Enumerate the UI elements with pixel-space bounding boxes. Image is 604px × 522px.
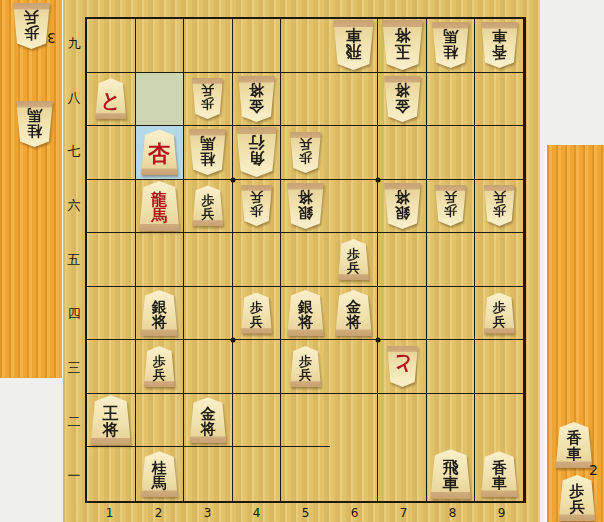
square-1二[interactable]: 王将 [87, 394, 136, 448]
shogi-piece-歩兵[interactable]: 歩兵 [483, 185, 516, 226]
square-3八[interactable]: 歩兵 [184, 73, 233, 127]
rank-label-九: 九 [63, 17, 85, 71]
shogi-piece-歩兵[interactable]: 歩兵 [191, 185, 224, 226]
square-6九[interactable]: 飛車 [330, 19, 379, 73]
square-7三[interactable]: と [378, 340, 427, 394]
square-3九[interactable] [184, 19, 233, 73]
square-8九[interactable]: 桂馬 [427, 19, 476, 73]
shogi-piece-と[interactable]: と [94, 78, 127, 119]
square-7五[interactable] [378, 233, 427, 287]
shogi-piece-銀将[interactable]: 銀将 [286, 290, 325, 336]
rank-label-五: 五 [63, 233, 85, 287]
square-5九[interactable] [281, 19, 330, 73]
square-1三[interactable] [87, 340, 136, 394]
shogi-piece-飛車[interactable]: 飛車 [332, 20, 375, 70]
square-6一[interactable] [330, 447, 379, 501]
square-3三[interactable] [184, 340, 233, 394]
square-5一[interactable] [281, 447, 330, 501]
square-7九[interactable]: 玉将 [378, 19, 427, 73]
square-6三[interactable] [330, 340, 379, 394]
shogi-piece-歩兵[interactable]: 歩兵 [191, 78, 224, 119]
gote-hand-stand: 香車歩兵2 [547, 145, 604, 522]
shogi-piece-歩兵[interactable]: 歩兵 [289, 132, 322, 173]
square-7二[interactable] [378, 394, 427, 448]
shogi-piece-王将[interactable]: 王将 [89, 395, 132, 445]
square-9二[interactable] [475, 394, 524, 448]
shogi-piece-金将[interactable]: 金将 [334, 290, 373, 336]
square-6五[interactable]: 歩兵 [330, 233, 379, 287]
square-1五[interactable] [87, 233, 136, 287]
square-9五[interactable] [475, 233, 524, 287]
hand-piece-歩兵[interactable]: 歩兵3 [9, 3, 53, 49]
rank-label-四: 四 [63, 287, 85, 341]
file-label-9: 9 [477, 503, 526, 522]
square-8一[interactable]: 飛車 [427, 447, 476, 501]
rank-label-八: 八 [63, 71, 85, 125]
square-9六[interactable]: 歩兵 [475, 180, 524, 234]
rank-label-七: 七 [63, 125, 85, 179]
square-3七[interactable]: 桂馬 [184, 126, 233, 180]
square-8二[interactable] [427, 394, 476, 448]
shogi-piece-杏[interactable]: 杏 [140, 129, 179, 175]
shogi-piece-桂馬[interactable]: 桂馬 [188, 129, 227, 175]
shogi-app-screen: 歩兵3桂馬 九八七六五四三二一 123456789 飛車玉将桂馬香車と歩兵金将金… [0, 0, 604, 522]
shogi-piece-歩兵[interactable]: 歩兵 [289, 346, 322, 387]
square-2四[interactable]: 銀将 [136, 287, 185, 341]
square-4一[interactable] [233, 447, 282, 501]
square-4三[interactable] [233, 340, 282, 394]
square-4二[interactable] [233, 394, 282, 448]
square-7四[interactable] [378, 287, 427, 341]
shogi-piece-銀将[interactable]: 銀将 [286, 183, 325, 229]
square-5四[interactable]: 銀将 [281, 287, 330, 341]
hand-piece-桂馬[interactable]: 桂馬 [12, 101, 56, 147]
square-7七[interactable] [378, 126, 427, 180]
square-7六[interactable]: 銀将 [378, 180, 427, 234]
square-4八[interactable]: 金将 [233, 73, 282, 127]
square-9七[interactable] [475, 126, 524, 180]
square-5八[interactable] [281, 73, 330, 127]
square-9三[interactable] [475, 340, 524, 394]
shogi-piece-歩兵[interactable]: 歩兵 [240, 293, 273, 334]
square-1一[interactable] [87, 447, 136, 501]
shogi-piece-歩兵[interactable]: 歩兵 [558, 475, 597, 521]
square-1六[interactable] [87, 180, 136, 234]
file-label-3: 3 [183, 503, 232, 522]
file-label-7: 7 [379, 503, 428, 522]
shogi-piece-香車[interactable]: 香車 [480, 451, 519, 497]
square-4七[interactable]: 角行 [233, 126, 282, 180]
square-9九[interactable]: 香車 [475, 19, 524, 73]
square-8五[interactable] [427, 233, 476, 287]
shogi-piece-金将[interactable]: 金将 [188, 397, 227, 443]
hand-piece-歩兵[interactable]: 歩兵2 [555, 475, 599, 521]
shogi-piece-歩兵[interactable]: 歩兵 [337, 239, 370, 280]
square-3五[interactable] [184, 233, 233, 287]
square-4五[interactable] [233, 233, 282, 287]
square-3六[interactable]: 歩兵 [184, 180, 233, 234]
shogi-piece-歩兵[interactable]: 歩兵 [483, 293, 516, 334]
file-label-1: 1 [85, 503, 134, 522]
rank-label-三: 三 [63, 341, 85, 395]
rank-labels: 九八七六五四三二一 [63, 17, 85, 503]
square-6二[interactable] [330, 394, 379, 448]
square-4六[interactable]: 歩兵 [233, 180, 282, 234]
square-8七[interactable] [427, 126, 476, 180]
square-5三[interactable]: 歩兵 [281, 340, 330, 394]
shogi-piece-玉将[interactable]: 玉将 [381, 20, 424, 70]
square-2五[interactable] [136, 233, 185, 287]
square-9四[interactable]: 歩兵 [475, 287, 524, 341]
shogi-piece-角行[interactable]: 角行 [235, 127, 278, 177]
square-8八[interactable] [427, 73, 476, 127]
square-2三[interactable]: 歩兵 [136, 340, 185, 394]
shogi-piece-香車[interactable]: 香車 [555, 422, 594, 468]
square-1七[interactable] [87, 126, 136, 180]
file-labels: 123456789 [85, 503, 526, 522]
square-3四[interactable] [184, 287, 233, 341]
square-8三[interactable] [427, 340, 476, 394]
shogi-piece-銀将[interactable]: 銀将 [140, 290, 179, 336]
shogi-piece-歩兵[interactable]: 歩兵 [434, 185, 467, 226]
shogi-piece-と[interactable]: と [386, 346, 419, 387]
file-label-6: 6 [330, 503, 379, 522]
square-4九[interactable] [233, 19, 282, 73]
square-2二[interactable] [136, 394, 185, 448]
square-7一[interactable] [378, 447, 427, 501]
hand-count: 2 [589, 462, 598, 478]
shogi-piece-桂馬[interactable]: 桂馬 [15, 101, 54, 147]
square-6六[interactable] [330, 180, 379, 234]
shogi-piece-金将[interactable]: 金将 [383, 76, 422, 122]
hand-count: 3 [47, 30, 56, 46]
shogi-piece-歩兵[interactable]: 歩兵 [240, 185, 273, 226]
square-9八[interactable] [475, 73, 524, 127]
shogi-piece-歩兵[interactable]: 歩兵 [143, 346, 176, 387]
shogi-piece-桂馬[interactable]: 桂馬 [431, 22, 470, 68]
square-3一[interactable] [184, 447, 233, 501]
square-5五[interactable] [281, 233, 330, 287]
square-5二[interactable] [281, 394, 330, 448]
file-label-4: 4 [232, 503, 281, 522]
shogi-piece-金将[interactable]: 金将 [237, 76, 276, 122]
square-2七[interactable]: 杏 [136, 126, 185, 180]
square-2六[interactable]: 龍馬 [136, 180, 185, 234]
file-label-2: 2 [134, 503, 183, 522]
square-7八[interactable]: 金将 [378, 73, 427, 127]
square-6七[interactable] [330, 126, 379, 180]
file-label-5: 5 [281, 503, 330, 522]
square-8六[interactable]: 歩兵 [427, 180, 476, 234]
shogi-piece-歩兵[interactable]: 歩兵 [12, 3, 51, 49]
rank-label-六: 六 [63, 179, 85, 233]
square-5七[interactable]: 歩兵 [281, 126, 330, 180]
square-5六[interactable]: 銀将 [281, 180, 330, 234]
square-1八[interactable]: と [87, 73, 136, 127]
shogi-board: 九八七六五四三二一 123456789 飛車玉将桂馬香車と歩兵金将金将杏桂馬角行… [63, 0, 540, 522]
sente-hand-stand: 歩兵3桂馬 [0, 0, 62, 378]
file-label-8: 8 [428, 503, 477, 522]
square-6八[interactable] [330, 73, 379, 127]
square-1九[interactable] [87, 19, 136, 73]
shogi-piece-飛車[interactable]: 飛車 [429, 449, 472, 499]
shogi-piece-龍馬[interactable]: 龍馬 [138, 181, 181, 231]
square-9一[interactable]: 香車 [475, 447, 524, 501]
square-4四[interactable]: 歩兵 [233, 287, 282, 341]
shogi-piece-香車[interactable]: 香車 [480, 22, 519, 68]
square-2一[interactable]: 桂馬 [136, 447, 185, 501]
shogi-piece-銀将[interactable]: 銀将 [383, 183, 422, 229]
rank-label-二: 二 [63, 395, 85, 449]
square-6四[interactable]: 金将 [330, 287, 379, 341]
square-2八[interactable] [136, 73, 185, 127]
square-8四[interactable] [427, 287, 476, 341]
square-2九[interactable] [136, 19, 185, 73]
square-3二[interactable]: 金将 [184, 394, 233, 448]
square-1四[interactable] [87, 287, 136, 341]
shogi-piece-桂馬[interactable]: 桂馬 [140, 451, 179, 497]
rank-label-一: 一 [63, 449, 85, 503]
board-grid: 飛車玉将桂馬香車と歩兵金将金将杏桂馬角行歩兵龍馬歩兵歩兵銀将銀将歩兵歩兵歩兵銀将… [85, 17, 526, 503]
